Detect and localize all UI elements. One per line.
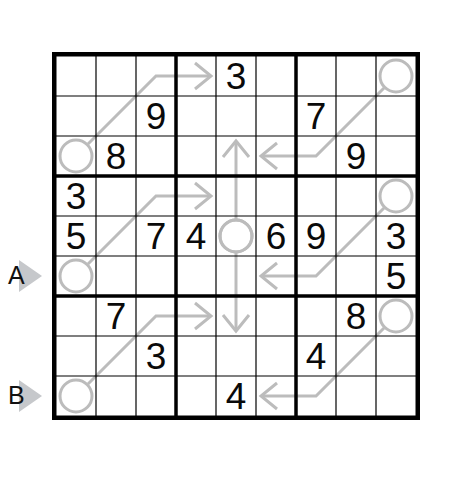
cell-r2c6[interactable] [256,96,296,136]
row-marker-a: A [6,260,48,292]
cell-r9c1[interactable] [56,376,96,416]
cell-grid: 397893574693578344 [56,56,416,416]
cell-r6c5[interactable] [216,256,256,296]
cell-r3c1[interactable] [56,136,96,176]
cell-r3c9[interactable] [376,136,416,176]
cell-r2c9[interactable] [376,96,416,136]
sudoku-board: 397893574693578344 [52,52,420,420]
cell-r7c2[interactable]: 7 [96,296,136,336]
cell-r6c4[interactable] [176,256,216,296]
cell-r4c8[interactable] [336,176,376,216]
cell-r4c7[interactable] [296,176,336,216]
cell-r3c7[interactable] [296,136,336,176]
cell-r7c8[interactable]: 8 [336,296,376,336]
cell-r5c9[interactable]: 3 [376,216,416,256]
cell-r8c6[interactable] [256,336,296,376]
cell-r9c7[interactable] [296,376,336,416]
cell-r9c5[interactable]: 4 [216,376,256,416]
cell-r8c3[interactable]: 3 [136,336,176,376]
cell-r3c6[interactable] [256,136,296,176]
cell-r2c4[interactable] [176,96,216,136]
cell-r3c8[interactable]: 9 [336,136,376,176]
cell-r7c7[interactable] [296,296,336,336]
cell-r5c8[interactable] [336,216,376,256]
cell-r8c9[interactable] [376,336,416,376]
cell-r6c8[interactable] [336,256,376,296]
cell-r1c3[interactable] [136,56,176,96]
cell-r4c1[interactable]: 3 [56,176,96,216]
cell-r5c7[interactable]: 9 [296,216,336,256]
cell-r5c2[interactable] [96,216,136,256]
cell-r2c7[interactable]: 7 [296,96,336,136]
cell-r1c2[interactable] [96,56,136,96]
cell-r6c7[interactable] [296,256,336,296]
cell-r8c2[interactable] [96,336,136,376]
cell-r1c5[interactable]: 3 [216,56,256,96]
cell-r7c3[interactable] [136,296,176,336]
cell-r4c9[interactable] [376,176,416,216]
cell-r4c2[interactable] [96,176,136,216]
cell-r7c5[interactable] [216,296,256,336]
cell-r9c4[interactable] [176,376,216,416]
cell-r8c8[interactable] [336,336,376,376]
cell-r5c1[interactable]: 5 [56,216,96,256]
cell-r9c9[interactable] [376,376,416,416]
row-marker-b-label: B [8,381,25,410]
cell-r5c3[interactable]: 7 [136,216,176,256]
cell-r2c5[interactable] [216,96,256,136]
cell-r8c5[interactable] [216,336,256,376]
cell-r4c5[interactable] [216,176,256,216]
cell-r5c5[interactable] [216,216,256,256]
cell-r8c4[interactable] [176,336,216,376]
cell-r6c6[interactable] [256,256,296,296]
cell-r1c1[interactable] [56,56,96,96]
cell-r8c7[interactable]: 4 [296,336,336,376]
cell-r1c4[interactable] [176,56,216,96]
cell-r4c3[interactable] [136,176,176,216]
cell-r3c5[interactable] [216,136,256,176]
cell-r3c3[interactable] [136,136,176,176]
cell-r2c1[interactable] [56,96,96,136]
cell-r7c9[interactable] [376,296,416,336]
cell-r9c2[interactable] [96,376,136,416]
cell-r3c4[interactable] [176,136,216,176]
cell-r7c6[interactable] [256,296,296,336]
cell-r9c8[interactable] [336,376,376,416]
cell-r6c3[interactable] [136,256,176,296]
cell-r4c4[interactable] [176,176,216,216]
cell-r2c3[interactable]: 9 [136,96,176,136]
cell-r1c7[interactable] [296,56,336,96]
row-marker-b: B [6,380,48,412]
cell-r7c4[interactable] [176,296,216,336]
cell-r6c2[interactable] [96,256,136,296]
cell-r2c2[interactable] [96,96,136,136]
cell-r6c9[interactable]: 5 [376,256,416,296]
cell-r7c1[interactable] [56,296,96,336]
cell-r5c4[interactable]: 4 [176,216,216,256]
cell-r9c3[interactable] [136,376,176,416]
cell-r3c2[interactable]: 8 [96,136,136,176]
cell-r1c9[interactable] [376,56,416,96]
cell-r4c6[interactable] [256,176,296,216]
cell-r5c6[interactable]: 6 [256,216,296,256]
cell-r2c8[interactable] [336,96,376,136]
cell-r8c1[interactable] [56,336,96,376]
cell-r1c6[interactable] [256,56,296,96]
row-marker-a-label: A [8,261,25,290]
cell-r1c8[interactable] [336,56,376,96]
cell-r6c1[interactable] [56,256,96,296]
cell-r9c6[interactable] [256,376,296,416]
